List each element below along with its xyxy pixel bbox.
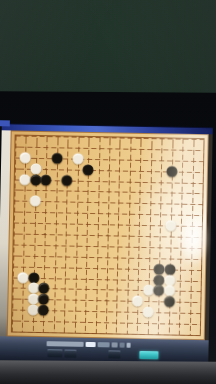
star-point bbox=[108, 169, 110, 171]
white-stone[interactable]: ● bbox=[18, 272, 29, 283]
white-stone[interactable]: ● bbox=[28, 305, 39, 316]
grid-line-vertical bbox=[179, 139, 184, 335]
status-segment bbox=[98, 342, 110, 347]
screen-glare bbox=[172, 202, 215, 277]
status-segment bbox=[86, 342, 96, 347]
white-stone[interactable]: ● bbox=[143, 285, 154, 296]
black-stone[interactable]: ● bbox=[40, 174, 51, 185]
grid-line-vertical bbox=[54, 136, 59, 332]
star-point bbox=[105, 300, 107, 302]
grid-line-horizontal bbox=[12, 321, 200, 326]
grid-line-horizontal bbox=[14, 201, 202, 206]
black-stone[interactable]: ● bbox=[51, 152, 62, 163]
black-stone[interactable]: ● bbox=[153, 285, 164, 296]
black-stone[interactable]: ● bbox=[30, 174, 41, 185]
grid-line-vertical bbox=[189, 139, 194, 335]
classroom-photo: ●●●●●●●●●●●●●●●●●●●●●●●●●●●●●● bbox=[0, 0, 216, 384]
grid-line-horizontal bbox=[15, 190, 203, 195]
status-segment bbox=[120, 343, 125, 348]
status-segment bbox=[127, 343, 131, 348]
grid-line-vertical bbox=[158, 138, 163, 334]
grid-line-horizontal bbox=[14, 212, 202, 217]
star-point bbox=[169, 235, 171, 237]
grid-line-vertical bbox=[64, 137, 69, 333]
black-stone[interactable]: ● bbox=[38, 305, 49, 316]
monitor-bottom-bezel bbox=[0, 360, 216, 384]
white-stone[interactable]: ● bbox=[20, 152, 31, 163]
toolbar-button-2[interactable] bbox=[64, 350, 76, 358]
grid-line-vertical bbox=[95, 137, 100, 333]
grid-line-horizontal bbox=[16, 136, 204, 141]
black-stone[interactable]: ● bbox=[82, 164, 93, 175]
grid-line-vertical bbox=[116, 138, 121, 334]
toolbar-button-3[interactable] bbox=[108, 350, 120, 358]
black-stone[interactable]: ● bbox=[163, 296, 174, 307]
black-stone[interactable]: ● bbox=[166, 166, 177, 177]
white-stone[interactable]: ● bbox=[165, 220, 176, 231]
white-stone[interactable]: ● bbox=[20, 174, 31, 185]
white-stone[interactable]: ● bbox=[72, 153, 83, 164]
status-segment bbox=[112, 342, 118, 347]
black-stone[interactable]: ● bbox=[61, 174, 72, 185]
white-stone[interactable]: ● bbox=[30, 196, 41, 207]
grid-line-horizontal bbox=[15, 146, 203, 151]
board-area: ●●●●●●●●●●●●●●●●●●●●●●●●●●●●●● bbox=[0, 130, 213, 340]
grid-line-horizontal bbox=[13, 244, 201, 249]
go-board[interactable]: ●●●●●●●●●●●●●●●●●●●●●●●●●●●●●● bbox=[7, 130, 209, 340]
white-stone[interactable]: ● bbox=[142, 307, 153, 318]
status-segment bbox=[47, 341, 84, 347]
star-point bbox=[44, 233, 46, 235]
titlebar-fragment bbox=[0, 120, 10, 126]
grid-line-vertical bbox=[22, 136, 27, 332]
toolbar-button-accent[interactable] bbox=[139, 351, 158, 359]
star-point bbox=[45, 168, 47, 170]
grid-line-vertical bbox=[12, 136, 17, 332]
grid-line-vertical bbox=[200, 139, 205, 335]
grid-line-horizontal bbox=[13, 255, 201, 260]
white-stone[interactable]: ● bbox=[132, 296, 143, 307]
star-point bbox=[107, 234, 109, 236]
toolbar-button-1[interactable] bbox=[47, 349, 62, 357]
grid-line-horizontal bbox=[12, 331, 200, 336]
grid-line-vertical bbox=[74, 137, 79, 333]
crt-monitor: ●●●●●●●●●●●●●●●●●●●●●●●●●●●●●● bbox=[0, 91, 216, 384]
grid-line-vertical bbox=[127, 138, 132, 334]
monitor-screen: ●●●●●●●●●●●●●●●●●●●●●●●●●●●●●● bbox=[0, 124, 213, 364]
grid-line-horizontal bbox=[15, 157, 203, 162]
